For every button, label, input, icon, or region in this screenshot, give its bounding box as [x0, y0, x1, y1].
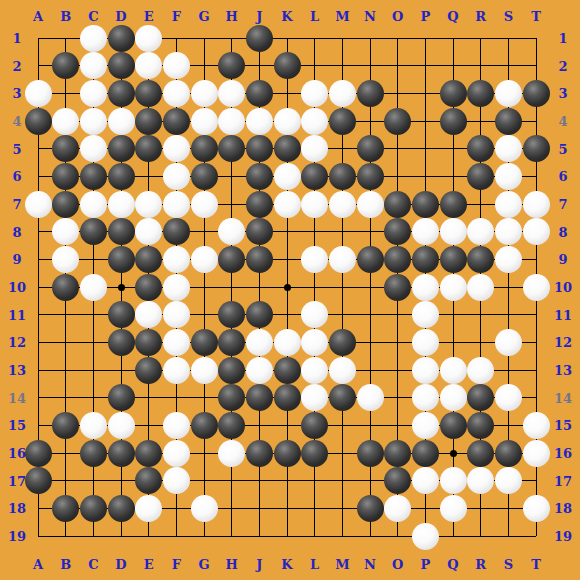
white-stone-G9 — [191, 246, 218, 273]
row-label-left-9: 9 — [12, 253, 21, 266]
white-stone-P13 — [412, 357, 439, 384]
white-stone-M3 — [329, 80, 356, 107]
white-stone-P15 — [412, 412, 439, 439]
white-stone-K12 — [274, 329, 301, 356]
white-stone-R8 — [467, 218, 494, 245]
row-label-left-18: 18 — [8, 502, 26, 515]
black-stone-J5 — [246, 135, 273, 162]
col-label-bottom-A: A — [33, 558, 43, 571]
row-label-right-7: 7 — [558, 198, 567, 211]
white-stone-F6 — [163, 163, 190, 190]
black-stone-E17 — [135, 467, 162, 494]
white-stone-S17 — [495, 467, 522, 494]
white-stone-G7 — [191, 191, 218, 218]
white-stone-K6 — [274, 163, 301, 190]
col-label-top-H: H — [226, 10, 238, 23]
black-stone-G5 — [191, 135, 218, 162]
white-stone-C7 — [80, 191, 107, 218]
black-stone-E16 — [135, 440, 162, 467]
black-stone-O10 — [384, 274, 411, 301]
black-stone-M12 — [329, 329, 356, 356]
white-stone-H8 — [218, 218, 245, 245]
white-stone-N7 — [357, 191, 384, 218]
white-stone-S14 — [495, 384, 522, 411]
white-stone-R13 — [467, 357, 494, 384]
black-stone-K14 — [274, 384, 301, 411]
row-label-left-15: 15 — [8, 419, 26, 432]
col-label-top-C: C — [88, 10, 98, 23]
col-label-bottom-C: C — [88, 558, 98, 571]
col-label-bottom-Q: Q — [447, 558, 458, 571]
white-stone-H16 — [218, 440, 245, 467]
row-label-right-4: 4 — [558, 115, 567, 128]
black-stone-D1 — [108, 25, 135, 52]
black-stone-J11 — [246, 301, 273, 328]
black-stone-C16 — [80, 440, 107, 467]
white-stone-Q18 — [440, 495, 467, 522]
white-stone-G4 — [191, 108, 218, 135]
col-label-top-K: K — [281, 10, 292, 23]
row-label-right-9: 9 — [558, 253, 567, 266]
white-stone-F15 — [163, 412, 190, 439]
white-stone-S6 — [495, 163, 522, 190]
black-stone-R16 — [467, 440, 494, 467]
black-stone-H2 — [218, 52, 245, 79]
black-stone-A4 — [25, 108, 52, 135]
row-label-right-8: 8 — [558, 225, 567, 238]
white-stone-C2 — [80, 52, 107, 79]
white-stone-S3 — [495, 80, 522, 107]
col-label-bottom-K: K — [281, 558, 292, 571]
row-label-left-2: 2 — [12, 59, 21, 72]
white-stone-S5 — [495, 135, 522, 162]
col-label-bottom-H: H — [226, 558, 238, 571]
row-label-right-5: 5 — [558, 142, 567, 155]
col-label-bottom-G: G — [198, 558, 209, 571]
black-stone-E9 — [135, 246, 162, 273]
col-label-bottom-R: R — [475, 558, 486, 571]
white-stone-P8 — [412, 218, 439, 245]
black-stone-O17 — [384, 467, 411, 494]
white-stone-L11 — [301, 301, 328, 328]
white-stone-L7 — [301, 191, 328, 218]
row-label-left-3: 3 — [12, 87, 21, 100]
white-stone-M9 — [329, 246, 356, 273]
col-label-top-N: N — [364, 10, 376, 23]
white-stone-S12 — [495, 329, 522, 356]
black-stone-M6 — [329, 163, 356, 190]
black-stone-H5 — [218, 135, 245, 162]
black-stone-T5 — [523, 135, 550, 162]
white-stone-L9 — [301, 246, 328, 273]
black-stone-O16 — [384, 440, 411, 467]
col-label-bottom-B: B — [60, 558, 71, 571]
row-label-right-18: 18 — [554, 502, 572, 515]
white-stone-Q13 — [440, 357, 467, 384]
black-stone-J1 — [246, 25, 273, 52]
black-stone-S16 — [495, 440, 522, 467]
black-stone-D11 — [108, 301, 135, 328]
white-stone-M7 — [329, 191, 356, 218]
white-stone-J4 — [246, 108, 273, 135]
black-stone-J14 — [246, 384, 273, 411]
black-stone-D16 — [108, 440, 135, 467]
white-stone-R10 — [467, 274, 494, 301]
col-label-top-S: S — [504, 10, 513, 23]
col-label-bottom-N: N — [364, 558, 376, 571]
black-stone-J16 — [246, 440, 273, 467]
black-stone-J9 — [246, 246, 273, 273]
black-stone-N16 — [357, 440, 384, 467]
white-stone-E7 — [135, 191, 162, 218]
col-label-top-O: O — [392, 10, 403, 23]
black-stone-Q4 — [440, 108, 467, 135]
col-label-top-D: D — [115, 10, 126, 23]
white-stone-Q10 — [440, 274, 467, 301]
white-stone-C10 — [80, 274, 107, 301]
row-label-left-17: 17 — [8, 474, 26, 487]
black-stone-E12 — [135, 329, 162, 356]
row-label-right-14: 14 — [554, 391, 572, 404]
row-label-left-13: 13 — [8, 364, 26, 377]
col-label-top-B: B — [60, 10, 71, 23]
black-stone-H14 — [218, 384, 245, 411]
white-stone-C4 — [80, 108, 107, 135]
black-stone-E5 — [135, 135, 162, 162]
col-label-top-F: F — [172, 10, 181, 23]
white-stone-E2 — [135, 52, 162, 79]
black-stone-D2 — [108, 52, 135, 79]
col-label-top-M: M — [335, 10, 349, 23]
white-stone-P12 — [412, 329, 439, 356]
col-label-bottom-F: F — [172, 558, 181, 571]
star-point — [118, 284, 125, 291]
black-stone-D6 — [108, 163, 135, 190]
black-stone-D14 — [108, 384, 135, 411]
white-stone-H3 — [218, 80, 245, 107]
white-stone-T15 — [523, 412, 550, 439]
col-label-top-L: L — [310, 10, 319, 23]
black-stone-L6 — [301, 163, 328, 190]
black-stone-B5 — [52, 135, 79, 162]
white-stone-N14 — [357, 384, 384, 411]
col-label-top-R: R — [475, 10, 486, 23]
white-stone-G18 — [191, 495, 218, 522]
black-stone-R9 — [467, 246, 494, 273]
white-stone-L4 — [301, 108, 328, 135]
white-stone-L12 — [301, 329, 328, 356]
white-stone-E11 — [135, 301, 162, 328]
white-stone-E8 — [135, 218, 162, 245]
white-stone-D4 — [108, 108, 135, 135]
white-stone-F9 — [163, 246, 190, 273]
row-label-left-16: 16 — [8, 447, 26, 460]
black-stone-E10 — [135, 274, 162, 301]
black-stone-L15 — [301, 412, 328, 439]
white-stone-C1 — [80, 25, 107, 52]
col-label-bottom-J: J — [256, 558, 262, 571]
black-stone-F4 — [163, 108, 190, 135]
black-stone-M4 — [329, 108, 356, 135]
white-stone-G3 — [191, 80, 218, 107]
black-stone-R5 — [467, 135, 494, 162]
white-stone-E18 — [135, 495, 162, 522]
white-stone-F16 — [163, 440, 190, 467]
black-stone-H12 — [218, 329, 245, 356]
col-label-bottom-T: T — [531, 558, 541, 571]
row-label-left-10: 10 — [8, 281, 26, 294]
white-stone-L5 — [301, 135, 328, 162]
black-stone-N6 — [357, 163, 384, 190]
white-stone-S7 — [495, 191, 522, 218]
black-stone-C18 — [80, 495, 107, 522]
black-stone-D8 — [108, 218, 135, 245]
black-stone-T3 — [523, 80, 550, 107]
black-stone-G15 — [191, 412, 218, 439]
row-label-right-2: 2 — [558, 59, 567, 72]
white-stone-F13 — [163, 357, 190, 384]
black-stone-K5 — [274, 135, 301, 162]
black-stone-N9 — [357, 246, 384, 273]
col-label-top-G: G — [198, 10, 209, 23]
white-stone-C3 — [80, 80, 107, 107]
grid-line-horizontal — [38, 536, 536, 537]
black-stone-H15 — [218, 412, 245, 439]
col-label-bottom-S: S — [504, 558, 513, 571]
col-label-bottom-P: P — [420, 558, 430, 571]
white-stone-F10 — [163, 274, 190, 301]
row-label-left-11: 11 — [8, 308, 26, 321]
white-stone-G13 — [191, 357, 218, 384]
col-label-bottom-M: M — [335, 558, 349, 571]
col-label-bottom-L: L — [310, 558, 319, 571]
black-stone-E13 — [135, 357, 162, 384]
col-label-top-T: T — [531, 10, 541, 23]
black-stone-L16 — [301, 440, 328, 467]
black-stone-E3 — [135, 80, 162, 107]
black-stone-N3 — [357, 80, 384, 107]
white-stone-F11 — [163, 301, 190, 328]
black-stone-J7 — [246, 191, 273, 218]
white-stone-L3 — [301, 80, 328, 107]
star-point — [450, 450, 457, 457]
white-stone-J13 — [246, 357, 273, 384]
white-stone-S9 — [495, 246, 522, 273]
white-stone-Q14 — [440, 384, 467, 411]
black-stone-O8 — [384, 218, 411, 245]
black-stone-B7 — [52, 191, 79, 218]
white-stone-T18 — [523, 495, 550, 522]
black-stone-R15 — [467, 412, 494, 439]
white-stone-A3 — [25, 80, 52, 107]
white-stone-A7 — [25, 191, 52, 218]
white-stone-H4 — [218, 108, 245, 135]
white-stone-B4 — [52, 108, 79, 135]
white-stone-P14 — [412, 384, 439, 411]
row-label-left-1: 1 — [12, 32, 21, 45]
black-stone-N18 — [357, 495, 384, 522]
white-stone-D15 — [108, 412, 135, 439]
row-label-right-16: 16 — [554, 447, 572, 460]
row-label-right-15: 15 — [554, 419, 572, 432]
black-stone-D9 — [108, 246, 135, 273]
black-stone-J6 — [246, 163, 273, 190]
row-label-right-17: 17 — [554, 474, 572, 487]
white-stone-F7 — [163, 191, 190, 218]
col-label-top-A: A — [33, 10, 43, 23]
row-label-right-19: 19 — [554, 530, 572, 543]
white-stone-J12 — [246, 329, 273, 356]
row-label-left-7: 7 — [12, 198, 21, 211]
white-stone-P11 — [412, 301, 439, 328]
col-label-bottom-E: E — [144, 558, 154, 571]
col-label-top-Q: Q — [447, 10, 458, 23]
white-stone-F17 — [163, 467, 190, 494]
black-stone-D18 — [108, 495, 135, 522]
white-stone-C5 — [80, 135, 107, 162]
black-stone-Q3 — [440, 80, 467, 107]
black-stone-K16 — [274, 440, 301, 467]
white-stone-L14 — [301, 384, 328, 411]
black-stone-B6 — [52, 163, 79, 190]
black-stone-P7 — [412, 191, 439, 218]
go-board[interactable]: AABBCCDDEEFFGGHHJJKKLLMMNNOOPPQQRRSSTT11… — [0, 0, 580, 580]
black-stone-D12 — [108, 329, 135, 356]
col-label-top-J: J — [256, 10, 262, 23]
row-label-right-3: 3 — [558, 87, 567, 100]
white-stone-Q8 — [440, 218, 467, 245]
row-label-left-12: 12 — [8, 336, 26, 349]
black-stone-E4 — [135, 108, 162, 135]
row-label-right-12: 12 — [554, 336, 572, 349]
black-stone-O7 — [384, 191, 411, 218]
black-stone-J3 — [246, 80, 273, 107]
black-stone-H11 — [218, 301, 245, 328]
white-stone-K7 — [274, 191, 301, 218]
black-stone-A17 — [25, 467, 52, 494]
row-label-left-4: 4 — [12, 115, 21, 128]
white-stone-Q17 — [440, 467, 467, 494]
white-stone-K4 — [274, 108, 301, 135]
white-stone-F2 — [163, 52, 190, 79]
white-stone-F12 — [163, 329, 190, 356]
white-stone-T7 — [523, 191, 550, 218]
black-stone-F8 — [163, 218, 190, 245]
black-stone-Q15 — [440, 412, 467, 439]
black-stone-N5 — [357, 135, 384, 162]
black-stone-K13 — [274, 357, 301, 384]
row-label-right-1: 1 — [558, 32, 567, 45]
white-stone-E1 — [135, 25, 162, 52]
white-stone-P17 — [412, 467, 439, 494]
black-stone-J8 — [246, 218, 273, 245]
black-stone-O4 — [384, 108, 411, 135]
white-stone-O18 — [384, 495, 411, 522]
white-stone-B9 — [52, 246, 79, 273]
white-stone-T16 — [523, 440, 550, 467]
white-stone-B8 — [52, 218, 79, 245]
row-label-left-19: 19 — [8, 530, 26, 543]
black-stone-A16 — [25, 440, 52, 467]
white-stone-L13 — [301, 357, 328, 384]
row-label-left-6: 6 — [12, 170, 21, 183]
black-stone-H13 — [218, 357, 245, 384]
col-label-top-E: E — [144, 10, 154, 23]
black-stone-B10 — [52, 274, 79, 301]
black-stone-P9 — [412, 246, 439, 273]
black-stone-C6 — [80, 163, 107, 190]
white-stone-S8 — [495, 218, 522, 245]
col-label-bottom-D: D — [115, 558, 126, 571]
white-stone-D7 — [108, 191, 135, 218]
star-point — [284, 284, 291, 291]
row-label-left-8: 8 — [12, 225, 21, 238]
row-label-right-13: 13 — [554, 364, 572, 377]
row-label-right-11: 11 — [554, 308, 572, 321]
black-stone-D5 — [108, 135, 135, 162]
white-stone-F3 — [163, 80, 190, 107]
black-stone-D3 — [108, 80, 135, 107]
white-stone-M13 — [329, 357, 356, 384]
white-stone-C15 — [80, 412, 107, 439]
white-stone-T10 — [523, 274, 550, 301]
black-stone-B18 — [52, 495, 79, 522]
white-stone-R17 — [467, 467, 494, 494]
black-stone-K2 — [274, 52, 301, 79]
black-stone-S4 — [495, 108, 522, 135]
row-label-left-14: 14 — [8, 391, 26, 404]
black-stone-Q9 — [440, 246, 467, 273]
black-stone-C8 — [80, 218, 107, 245]
row-label-right-10: 10 — [554, 281, 572, 294]
black-stone-R6 — [467, 163, 494, 190]
row-label-right-6: 6 — [558, 170, 567, 183]
row-label-left-5: 5 — [12, 142, 21, 155]
black-stone-B15 — [52, 412, 79, 439]
black-stone-G6 — [191, 163, 218, 190]
black-stone-R3 — [467, 80, 494, 107]
white-stone-F5 — [163, 135, 190, 162]
black-stone-Q7 — [440, 191, 467, 218]
white-stone-P10 — [412, 274, 439, 301]
black-stone-B2 — [52, 52, 79, 79]
white-stone-T8 — [523, 218, 550, 245]
black-stone-G12 — [191, 329, 218, 356]
black-stone-M14 — [329, 384, 356, 411]
white-stone-P19 — [412, 523, 439, 550]
black-stone-P16 — [412, 440, 439, 467]
col-label-bottom-O: O — [392, 558, 403, 571]
black-stone-O9 — [384, 246, 411, 273]
col-label-top-P: P — [420, 10, 430, 23]
black-stone-H9 — [218, 246, 245, 273]
black-stone-R14 — [467, 384, 494, 411]
